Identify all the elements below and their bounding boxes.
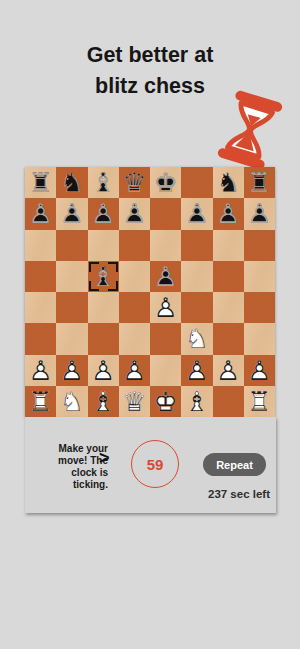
black-king: ♚♔ [150, 167, 181, 198]
last-move-highlight-corner [89, 281, 99, 291]
white-pawn: ♟♙ [88, 355, 119, 386]
square-f4[interactable] [181, 292, 212, 323]
white-king: ♚♔ [150, 386, 181, 417]
square-c2[interactable]: ♟♙ [88, 355, 119, 386]
black-pawn: ♟♙ [119, 198, 150, 229]
white-pawn: ♟♙ [244, 355, 275, 386]
black-pawn: ♟♙ [150, 261, 181, 292]
bottom-panel: Make your move! The clock is ticking. > … [25, 417, 276, 513]
square-h7[interactable]: ♟♙ [244, 198, 275, 229]
square-e8[interactable]: ♚♔ [150, 167, 181, 198]
white-queen: ♛♕ [119, 386, 150, 417]
square-a5[interactable] [25, 261, 56, 292]
chevron-right-icon: > [99, 448, 110, 469]
square-g3[interactable] [213, 323, 244, 354]
square-h8[interactable]: ♜♖ [244, 167, 275, 198]
white-pawn: ♟♙ [119, 355, 150, 386]
square-g6[interactable] [213, 230, 244, 261]
square-d2[interactable]: ♟♙ [119, 355, 150, 386]
square-c4[interactable] [88, 292, 119, 323]
black-pawn: ♟♙ [181, 198, 212, 229]
black-bishop: ♝♗ [88, 167, 119, 198]
square-d6[interactable] [119, 230, 150, 261]
square-c3[interactable] [88, 323, 119, 354]
square-e7[interactable] [150, 198, 181, 229]
last-move-highlight-corner [89, 262, 99, 272]
square-a1[interactable]: ♜♖ [25, 386, 56, 417]
white-bishop: ♝♗ [181, 386, 212, 417]
square-b7[interactable]: ♟♙ [56, 198, 87, 229]
square-a8[interactable]: ♜♖ [25, 167, 56, 198]
square-d8[interactable]: ♛♕ [119, 167, 150, 198]
square-f2[interactable]: ♟♙ [181, 355, 212, 386]
page-title: Get better at blitz chess [0, 40, 300, 102]
square-f8[interactable] [181, 167, 212, 198]
square-a6[interactable] [25, 230, 56, 261]
square-a2[interactable]: ♟♙ [25, 355, 56, 386]
square-c5[interactable]: ♝♗ [88, 261, 119, 292]
square-e1[interactable]: ♚♔ [150, 386, 181, 417]
square-b1[interactable]: ♞♘ [56, 386, 87, 417]
black-pawn: ♟♙ [213, 198, 244, 229]
square-g2[interactable]: ♟♙ [213, 355, 244, 386]
square-h4[interactable] [244, 292, 275, 323]
black-pawn: ♟♙ [56, 198, 87, 229]
square-c8[interactable]: ♝♗ [88, 167, 119, 198]
square-d5[interactable] [119, 261, 150, 292]
last-move-highlight-corner [108, 262, 118, 272]
chess-board: ♜♖♞♘♝♗♛♕♚♔♞♘♜♖♟♙♟♙♟♙♟♙♟♙♟♙♟♙♝♗♟♙♟♙♞♘♟♙♟♙… [25, 167, 275, 417]
square-f6[interactable] [181, 230, 212, 261]
black-rook: ♜♖ [25, 167, 56, 198]
square-d7[interactable]: ♟♙ [119, 198, 150, 229]
square-a7[interactable]: ♟♙ [25, 198, 56, 229]
square-g7[interactable]: ♟♙ [213, 198, 244, 229]
square-h6[interactable] [244, 230, 275, 261]
square-d1[interactable]: ♛♕ [119, 386, 150, 417]
white-pawn: ♟♙ [25, 355, 56, 386]
square-b8[interactable]: ♞♘ [56, 167, 87, 198]
square-f3[interactable]: ♞♘ [181, 323, 212, 354]
square-g5[interactable] [213, 261, 244, 292]
square-h5[interactable] [244, 261, 275, 292]
page-title-line1: Get better at [0, 40, 300, 71]
square-b6[interactable] [56, 230, 87, 261]
time-left-label: 237 sec left [208, 488, 270, 500]
prompt-message: Make your move! The clock is ticking. [38, 443, 108, 491]
white-pawn: ♟♙ [150, 292, 181, 323]
black-knight: ♞♘ [56, 167, 87, 198]
square-a4[interactable] [25, 292, 56, 323]
square-e3[interactable] [150, 323, 181, 354]
white-rook: ♜♖ [244, 386, 275, 417]
square-h3[interactable] [244, 323, 275, 354]
white-knight: ♞♘ [181, 323, 212, 354]
square-f7[interactable]: ♟♙ [181, 198, 212, 229]
white-bishop: ♝♗ [88, 386, 119, 417]
repeat-button[interactable]: Repeat [203, 453, 266, 476]
square-h2[interactable]: ♟♙ [244, 355, 275, 386]
square-a3[interactable] [25, 323, 56, 354]
move-timer-value: 59 [147, 456, 164, 473]
square-g4[interactable] [213, 292, 244, 323]
move-timer-circle: 59 [131, 440, 179, 488]
white-pawn: ♟♙ [213, 355, 244, 386]
square-c6[interactable] [88, 230, 119, 261]
black-pawn: ♟♙ [244, 198, 275, 229]
square-c1[interactable]: ♝♗ [88, 386, 119, 417]
square-d3[interactable] [119, 323, 150, 354]
square-d4[interactable] [119, 292, 150, 323]
square-b4[interactable] [56, 292, 87, 323]
square-b3[interactable] [56, 323, 87, 354]
black-queen: ♛♕ [119, 167, 150, 198]
square-b2[interactable]: ♟♙ [56, 355, 87, 386]
black-pawn: ♟♙ [25, 198, 56, 229]
square-e2[interactable] [150, 355, 181, 386]
square-g1[interactable] [213, 386, 244, 417]
black-pawn: ♟♙ [88, 198, 119, 229]
square-c7[interactable]: ♟♙ [88, 198, 119, 229]
square-e6[interactable] [150, 230, 181, 261]
white-pawn: ♟♙ [181, 355, 212, 386]
square-f5[interactable] [181, 261, 212, 292]
last-move-highlight-corner [108, 281, 118, 291]
square-e5[interactable]: ♟♙ [150, 261, 181, 292]
square-e4[interactable]: ♟♙ [150, 292, 181, 323]
app-screen: Get better at blitz chess ♜♖♞♘♝♗♛♕♚♔♞♘♜♖… [0, 0, 300, 649]
square-b5[interactable] [56, 261, 87, 292]
black-knight: ♞♘ [213, 167, 244, 198]
white-rook: ♜♖ [25, 386, 56, 417]
square-f1[interactable]: ♝♗ [181, 386, 212, 417]
square-g8[interactable]: ♞♘ [213, 167, 244, 198]
white-pawn: ♟♙ [56, 355, 87, 386]
square-h1[interactable]: ♜♖ [244, 386, 275, 417]
white-knight: ♞♘ [56, 386, 87, 417]
black-rook: ♜♖ [244, 167, 275, 198]
